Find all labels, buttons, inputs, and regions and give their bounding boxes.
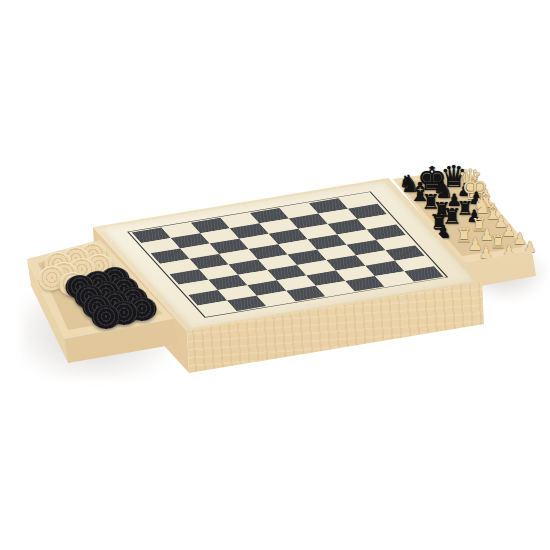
product-photo-scene: ♛♚♛♞♟♞♚♝♟♟♝♜♞♜♜♝♟♜♟♜♜♟♟♟♟♜♟♜♟♟♟♟ (0, 0, 550, 550)
